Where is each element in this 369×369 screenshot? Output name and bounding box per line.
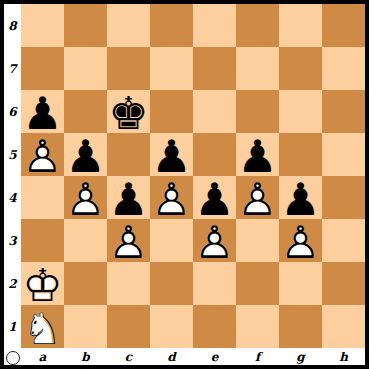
file-label-g: g (279, 348, 322, 365)
file-label-c: c (107, 348, 150, 365)
square-a6[interactable]: ♟ (21, 90, 64, 133)
black-pawn-icon: ♟ (279, 176, 322, 219)
white-pawn-icon: ♙ (64, 176, 107, 219)
square-b3[interactable] (64, 219, 107, 262)
white-pawn-icon: ♙ (107, 219, 150, 262)
black-pawn[interactable]: ♟ (150, 133, 193, 176)
file-label-a: a (21, 348, 64, 365)
white-pawn-fill: ♟ (107, 219, 150, 262)
white-pawn-fill: ♟ (236, 176, 279, 219)
square-g6[interactable] (279, 90, 322, 133)
white-knight[interactable]: ♞♘ (21, 305, 64, 348)
square-g4[interactable]: ♟ (279, 176, 322, 219)
square-a1[interactable]: ♞♘ (21, 305, 64, 348)
square-h7[interactable] (322, 47, 365, 90)
square-b8[interactable] (64, 4, 107, 47)
rank-labels-column: 87654321 (4, 4, 21, 348)
square-d3[interactable] (150, 219, 193, 262)
white-pawn[interactable]: ♟♙ (236, 176, 279, 219)
file-label-b: b (64, 348, 107, 365)
square-d2[interactable] (150, 262, 193, 305)
black-pawn-icon: ♟ (64, 133, 107, 176)
square-g1[interactable] (279, 305, 322, 348)
black-king-icon: ♚ (107, 90, 150, 133)
white-pawn[interactable]: ♟♙ (21, 133, 64, 176)
black-pawn-icon: ♟ (150, 133, 193, 176)
white-pawn-fill: ♟ (21, 133, 64, 176)
square-c2[interactable] (107, 262, 150, 305)
square-d1[interactable] (150, 305, 193, 348)
square-a2[interactable]: ♚♔ (21, 262, 64, 305)
white-king-icon: ♔ (21, 262, 64, 305)
square-g3[interactable]: ♟♙ (279, 219, 322, 262)
square-h4[interactable] (322, 176, 365, 219)
square-c4[interactable]: ♟ (107, 176, 150, 219)
black-pawn[interactable]: ♟ (279, 176, 322, 219)
black-pawn[interactable]: ♟ (236, 133, 279, 176)
black-pawn-icon: ♟ (193, 176, 236, 219)
black-pawn-icon: ♟ (107, 176, 150, 219)
square-f8[interactable] (236, 4, 279, 47)
rank-label-3: 3 (4, 219, 21, 262)
rank-label-1: 1 (4, 305, 21, 348)
square-a5[interactable]: ♟♙ (21, 133, 64, 176)
chess-diagram: 87654321 ♟♚♟♙♟♟♟♟♙♟♟♙♟♟♙♟♟♙♟♙♟♙♚♔♞♘ abcd… (4, 4, 365, 365)
square-e2[interactable] (193, 262, 236, 305)
square-b6[interactable] (64, 90, 107, 133)
white-pawn-icon: ♙ (279, 219, 322, 262)
square-b7[interactable] (64, 47, 107, 90)
square-h1[interactable] (322, 305, 365, 348)
square-g8[interactable] (279, 4, 322, 47)
square-b2[interactable] (64, 262, 107, 305)
file-label-h: h (322, 348, 365, 365)
black-pawn[interactable]: ♟ (64, 133, 107, 176)
white-knight-icon: ♘ (21, 305, 64, 348)
square-a3[interactable] (21, 219, 64, 262)
rank-label-4: 4 (4, 176, 21, 219)
square-b5[interactable]: ♟ (64, 133, 107, 176)
file-label-f: f (236, 348, 279, 365)
black-pawn[interactable]: ♟ (107, 176, 150, 219)
square-h2[interactable] (322, 262, 365, 305)
black-king[interactable]: ♚ (107, 90, 150, 133)
white-pawn-fill: ♟ (64, 176, 107, 219)
white-pawn-fill: ♟ (150, 176, 193, 219)
square-c5[interactable] (107, 133, 150, 176)
square-d5[interactable]: ♟ (150, 133, 193, 176)
square-d8[interactable] (150, 4, 193, 47)
square-e7[interactable] (193, 47, 236, 90)
white-pawn-icon: ♙ (193, 219, 236, 262)
rank-label-5: 5 (4, 133, 21, 176)
square-c6[interactable]: ♚ (107, 90, 150, 133)
black-pawn[interactable]: ♟ (21, 90, 64, 133)
square-b1[interactable] (64, 305, 107, 348)
square-e4[interactable]: ♟ (193, 176, 236, 219)
square-f7[interactable] (236, 47, 279, 90)
file-label-e: e (193, 348, 236, 365)
square-a7[interactable] (21, 47, 64, 90)
white-king-fill: ♚ (21, 262, 64, 305)
square-f2[interactable] (236, 262, 279, 305)
square-f3[interactable] (236, 219, 279, 262)
white-pawn-fill: ♟ (193, 219, 236, 262)
square-h8[interactable] (322, 4, 365, 47)
black-pawn-icon: ♟ (236, 133, 279, 176)
file-label-d: d (150, 348, 193, 365)
square-f6[interactable] (236, 90, 279, 133)
square-c3[interactable]: ♟♙ (107, 219, 150, 262)
square-b4[interactable]: ♟♙ (64, 176, 107, 219)
black-pawn[interactable]: ♟ (193, 176, 236, 219)
white-pawn-icon: ♙ (21, 133, 64, 176)
square-f4[interactable]: ♟♙ (236, 176, 279, 219)
square-a8[interactable] (21, 4, 64, 47)
chess-diagram-frame: 87654321 ♟♚♟♙♟♟♟♟♙♟♟♙♟♟♙♟♟♙♟♙♟♙♚♔♞♘ abcd… (0, 0, 369, 369)
square-e8[interactable] (193, 4, 236, 47)
square-e3[interactable]: ♟♙ (193, 219, 236, 262)
square-d7[interactable] (150, 47, 193, 90)
square-h6[interactable] (322, 90, 365, 133)
white-king[interactable]: ♚♔ (21, 262, 64, 305)
rank-label-7: 7 (4, 47, 21, 90)
square-f5[interactable]: ♟ (236, 133, 279, 176)
square-g5[interactable] (279, 133, 322, 176)
square-h5[interactable] (322, 133, 365, 176)
white-pawn-fill: ♟ (279, 219, 322, 262)
square-h3[interactable] (322, 219, 365, 262)
corner-cell (4, 348, 21, 365)
square-a4[interactable] (21, 176, 64, 219)
rank-label-2: 2 (4, 262, 21, 305)
white-pawn[interactable]: ♟♙ (107, 219, 150, 262)
square-d4[interactable]: ♟♙ (150, 176, 193, 219)
black-pawn-icon: ♟ (21, 90, 64, 133)
square-c8[interactable] (107, 4, 150, 47)
white-to-move-indicator (6, 351, 20, 365)
square-e5[interactable] (193, 133, 236, 176)
square-e1[interactable] (193, 305, 236, 348)
white-pawn[interactable]: ♟♙ (150, 176, 193, 219)
white-pawn[interactable]: ♟♙ (193, 219, 236, 262)
square-g7[interactable] (279, 47, 322, 90)
white-pawn[interactable]: ♟♙ (279, 219, 322, 262)
square-f1[interactable] (236, 305, 279, 348)
square-c7[interactable] (107, 47, 150, 90)
square-c1[interactable] (107, 305, 150, 348)
square-g2[interactable] (279, 262, 322, 305)
rank-label-6: 6 (4, 90, 21, 133)
white-pawn-icon: ♙ (150, 176, 193, 219)
file-labels-row: abcdefgh (21, 348, 365, 365)
white-pawn-icon: ♙ (236, 176, 279, 219)
board: ♟♚♟♙♟♟♟♟♙♟♟♙♟♟♙♟♟♙♟♙♟♙♚♔♞♘ (21, 4, 365, 348)
square-d6[interactable] (150, 90, 193, 133)
white-pawn[interactable]: ♟♙ (64, 176, 107, 219)
rank-label-8: 8 (4, 4, 21, 47)
square-e6[interactable] (193, 90, 236, 133)
white-knight-fill: ♞ (21, 305, 64, 348)
